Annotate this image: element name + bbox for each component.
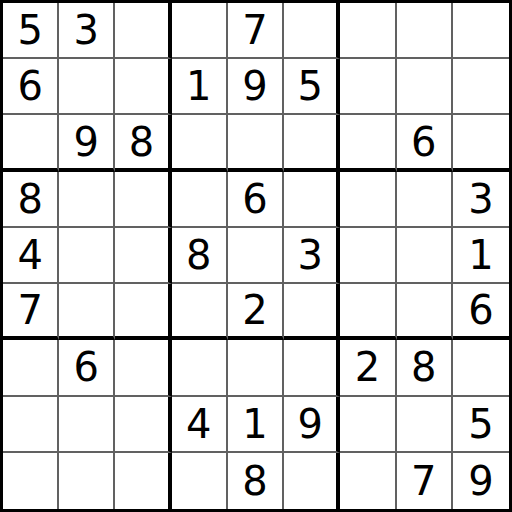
cell-r3c5[interactable] <box>228 115 284 171</box>
cell-r6c2[interactable] <box>59 284 115 340</box>
cell-r4c7[interactable] <box>340 172 396 228</box>
cell-r8c2[interactable] <box>59 397 115 453</box>
cell-r4c8[interactable] <box>397 172 453 228</box>
cell-r2c6[interactable]: 5 <box>284 59 340 115</box>
cell-r8c8[interactable] <box>397 397 453 453</box>
cell-r1c1[interactable]: 5 <box>3 3 59 59</box>
cell-r3c7[interactable] <box>340 115 396 171</box>
cell-r4c5[interactable]: 6 <box>228 172 284 228</box>
cell-r1c5[interactable]: 7 <box>228 3 284 59</box>
cell-r2c1[interactable]: 6 <box>3 59 59 115</box>
cell-r8c3[interactable] <box>115 397 171 453</box>
cell-r7c9[interactable] <box>453 340 509 396</box>
cell-r3c4[interactable] <box>172 115 228 171</box>
cell-r2c9[interactable] <box>453 59 509 115</box>
cell-r9c8[interactable]: 7 <box>397 453 453 509</box>
cell-r4c9[interactable]: 3 <box>453 172 509 228</box>
cell-r3c2[interactable]: 9 <box>59 115 115 171</box>
cell-r7c7[interactable]: 2 <box>340 340 396 396</box>
cell-r5c9[interactable]: 1 <box>453 228 509 284</box>
cell-r2c3[interactable] <box>115 59 171 115</box>
cell-r4c6[interactable] <box>284 172 340 228</box>
cell-r6c9[interactable]: 6 <box>453 284 509 340</box>
cell-r4c2[interactable] <box>59 172 115 228</box>
cell-r9c2[interactable] <box>59 453 115 509</box>
cell-r7c3[interactable] <box>115 340 171 396</box>
sudoku-board: 537619598686348317266284195879 <box>0 0 512 512</box>
cell-r9c1[interactable] <box>3 453 59 509</box>
cell-r8c5[interactable]: 1 <box>228 397 284 453</box>
cell-r3c3[interactable]: 8 <box>115 115 171 171</box>
cell-r3c8[interactable]: 6 <box>397 115 453 171</box>
cell-r6c4[interactable] <box>172 284 228 340</box>
cell-r1c9[interactable] <box>453 3 509 59</box>
cell-r8c9[interactable]: 5 <box>453 397 509 453</box>
cell-r7c8[interactable]: 8 <box>397 340 453 396</box>
cell-r1c2[interactable]: 3 <box>59 3 115 59</box>
cell-r3c9[interactable] <box>453 115 509 171</box>
cell-r5c1[interactable]: 4 <box>3 228 59 284</box>
cell-r5c5[interactable] <box>228 228 284 284</box>
cell-r6c3[interactable] <box>115 284 171 340</box>
cell-r5c6[interactable]: 3 <box>284 228 340 284</box>
cell-r3c6[interactable] <box>284 115 340 171</box>
cell-r9c9[interactable]: 9 <box>453 453 509 509</box>
cell-r6c5[interactable]: 2 <box>228 284 284 340</box>
cell-r4c1[interactable]: 8 <box>3 172 59 228</box>
cell-r7c1[interactable] <box>3 340 59 396</box>
cell-r1c7[interactable] <box>340 3 396 59</box>
cell-r7c6[interactable] <box>284 340 340 396</box>
cell-r7c5[interactable] <box>228 340 284 396</box>
cell-r2c5[interactable]: 9 <box>228 59 284 115</box>
cell-r2c7[interactable] <box>340 59 396 115</box>
cell-r8c1[interactable] <box>3 397 59 453</box>
cell-r1c4[interactable] <box>172 3 228 59</box>
cell-r1c6[interactable] <box>284 3 340 59</box>
cell-r2c8[interactable] <box>397 59 453 115</box>
cell-r4c4[interactable] <box>172 172 228 228</box>
cell-r5c4[interactable]: 8 <box>172 228 228 284</box>
cell-r9c6[interactable] <box>284 453 340 509</box>
cell-r8c4[interactable]: 4 <box>172 397 228 453</box>
cell-r8c7[interactable] <box>340 397 396 453</box>
cell-r7c2[interactable]: 6 <box>59 340 115 396</box>
cell-r8c6[interactable]: 9 <box>284 397 340 453</box>
cell-r2c4[interactable]: 1 <box>172 59 228 115</box>
cell-r6c6[interactable] <box>284 284 340 340</box>
cell-r5c8[interactable] <box>397 228 453 284</box>
cell-r2c2[interactable] <box>59 59 115 115</box>
cell-r5c2[interactable] <box>59 228 115 284</box>
cell-r4c3[interactable] <box>115 172 171 228</box>
cell-r6c7[interactable] <box>340 284 396 340</box>
cell-r5c3[interactable] <box>115 228 171 284</box>
cell-r6c8[interactable] <box>397 284 453 340</box>
cell-r5c7[interactable] <box>340 228 396 284</box>
cell-r9c7[interactable] <box>340 453 396 509</box>
cell-r1c8[interactable] <box>397 3 453 59</box>
cell-r9c5[interactable]: 8 <box>228 453 284 509</box>
cell-r7c4[interactable] <box>172 340 228 396</box>
cell-r1c3[interactable] <box>115 3 171 59</box>
cell-r9c4[interactable] <box>172 453 228 509</box>
cell-r3c1[interactable] <box>3 115 59 171</box>
cell-r9c3[interactable] <box>115 453 171 509</box>
cell-r6c1[interactable]: 7 <box>3 284 59 340</box>
